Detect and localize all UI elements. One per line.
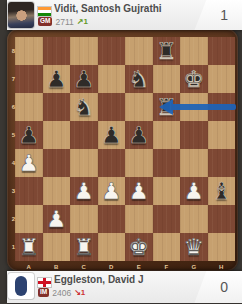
square-c2[interactable] — [70, 205, 98, 233]
piece-white-king[interactable]: ♚ — [125, 233, 153, 261]
rank-label-7: 7 — [10, 65, 17, 93]
square-h5[interactable] — [208, 121, 236, 149]
square-d7[interactable] — [98, 65, 126, 93]
square-f8[interactable]: ♜ — [153, 37, 181, 65]
file-label-f: F — [153, 264, 181, 270]
rank-label-6: 6 — [10, 93, 17, 121]
piece-black-bishop[interactable]: ♝ — [208, 177, 236, 205]
bottom-player-rating: 2406 — [52, 288, 71, 298]
square-f4[interactable] — [153, 149, 181, 177]
square-a5[interactable]: ♟ — [15, 121, 43, 149]
square-b1[interactable] — [43, 233, 71, 261]
square-a1[interactable]: ♜ — [15, 233, 43, 261]
piece-black-rook[interactable]: ♜ — [153, 93, 181, 121]
piece-white-pawn[interactable]: ♟ — [180, 177, 208, 205]
top-player-rating: 2711 — [55, 17, 73, 27]
file-label-g: G — [180, 264, 208, 270]
square-b2[interactable]: ♟ — [43, 205, 71, 233]
piece-black-pawn[interactable]: ♟ — [125, 121, 153, 149]
rank-label-2: 2 — [10, 205, 17, 233]
piece-black-king[interactable]: ♚ — [180, 65, 208, 93]
square-b5[interactable] — [43, 121, 71, 149]
piece-black-pawn[interactable]: ♟ — [15, 121, 43, 149]
square-a2[interactable] — [15, 205, 43, 233]
square-d5[interactable]: ♟ — [98, 121, 126, 149]
square-e4[interactable] — [125, 149, 153, 177]
square-c3[interactable]: ♟ — [70, 177, 98, 205]
piece-white-rook[interactable]: ♜ — [70, 233, 98, 261]
top-score-wedge — [188, 0, 242, 30]
square-f2[interactable] — [153, 205, 181, 233]
square-h3[interactable]: ♝ — [208, 177, 236, 205]
piece-white-pawn[interactable]: ♟ — [125, 177, 153, 205]
bottom-score-wedge — [188, 271, 242, 303]
rank-label-5: 5 — [10, 121, 17, 149]
top-player-name[interactable]: Vidit, Santosh Gujrathi — [54, 3, 162, 14]
rating-down-arrow-icon: ↘1 — [74, 288, 85, 297]
square-b6[interactable] — [43, 93, 71, 121]
piece-white-pawn[interactable]: ♟ — [98, 177, 126, 205]
top-player-score: 1 — [220, 7, 228, 23]
square-a4[interactable]: ♟ — [15, 149, 43, 177]
file-label-e: E — [125, 264, 153, 270]
rank-label-8: 8 — [10, 37, 17, 65]
rank-label-4: 4 — [10, 149, 17, 177]
square-f5[interactable] — [153, 121, 181, 149]
square-g3[interactable]: ♟ — [180, 177, 208, 205]
square-g6[interactable] — [180, 93, 208, 121]
top-player-avatar — [8, 2, 34, 28]
chess-board: ♜♟♟♞♚♞♜♟♟♟♟♟♟♟♟♝♟♜♜♚♛ 87654321ABCDEFGH — [7, 29, 238, 271]
bottom-player-avatar — [8, 273, 34, 299]
piece-white-pawn[interactable]: ♟ — [43, 205, 71, 233]
piece-white-pawn[interactable]: ♟ — [70, 177, 98, 205]
bottom-player-title-badge: IM — [38, 288, 49, 297]
square-f1[interactable] — [153, 233, 181, 261]
board-grid: ♜♟♟♞♚♞♜♟♟♟♟♟♟♟♟♝♟♜♜♚♛ — [15, 37, 235, 261]
square-e7[interactable]: ♞ — [125, 65, 153, 93]
square-b7[interactable]: ♟ — [43, 65, 71, 93]
top-player-title-badge: GM — [38, 17, 52, 26]
square-h1[interactable] — [208, 233, 236, 261]
square-h2[interactable] — [208, 205, 236, 233]
square-d6[interactable] — [98, 93, 126, 121]
bottom-player-score: 0 — [220, 279, 228, 295]
square-e3[interactable]: ♟ — [125, 177, 153, 205]
square-f3[interactable] — [153, 177, 181, 205]
game-widget: Vidit, Santosh Gujrathi GM 2711 ↗1 1 ♜♟♟… — [0, 0, 242, 304]
top-player-subline: GM 2711 ↗1 — [38, 16, 88, 27]
square-c8[interactable] — [70, 37, 98, 65]
square-f7[interactable] — [153, 65, 181, 93]
square-g8[interactable] — [180, 37, 208, 65]
square-d4[interactable] — [98, 149, 126, 177]
square-a8[interactable] — [15, 37, 43, 65]
square-h8[interactable] — [208, 37, 236, 65]
square-a3[interactable] — [15, 177, 43, 205]
square-c5[interactable] — [70, 121, 98, 149]
rank-label-1: 1 — [10, 233, 17, 261]
square-e5[interactable]: ♟ — [125, 121, 153, 149]
person-silhouette-icon — [15, 276, 27, 296]
square-d1[interactable] — [98, 233, 126, 261]
england-flag-icon — [38, 278, 51, 287]
piece-white-rook[interactable]: ♜ — [15, 233, 43, 261]
square-g5[interactable] — [180, 121, 208, 149]
square-d3[interactable]: ♟ — [98, 177, 126, 205]
piece-black-pawn[interactable]: ♟ — [98, 121, 126, 149]
bottom-player-subline: IM 2406 ↘1 — [38, 287, 85, 298]
piece-black-rook[interactable]: ♜ — [153, 37, 181, 65]
piece-black-pawn[interactable]: ♟ — [70, 65, 98, 93]
square-h6[interactable] — [208, 93, 236, 121]
square-a6[interactable] — [15, 93, 43, 121]
piece-black-knight[interactable]: ♞ — [125, 65, 153, 93]
file-label-a: A — [15, 264, 43, 270]
square-e8[interactable] — [125, 37, 153, 65]
file-label-h: H — [208, 264, 236, 270]
square-g4[interactable] — [180, 149, 208, 177]
square-e1[interactable]: ♚ — [125, 233, 153, 261]
rating-up-arrow-icon: ↗1 — [77, 17, 88, 26]
square-a7[interactable] — [15, 65, 43, 93]
square-e6[interactable] — [125, 93, 153, 121]
rank-label-3: 3 — [10, 177, 17, 205]
piece-black-knight[interactable]: ♞ — [70, 93, 98, 121]
square-d2[interactable] — [98, 205, 126, 233]
bottom-player-bar: Eggleston, David J IM 2406 ↘1 0 — [7, 271, 242, 303]
square-b3[interactable] — [43, 177, 71, 205]
piece-white-queen[interactable]: ♛ — [180, 233, 208, 261]
piece-black-pawn[interactable]: ♟ — [43, 65, 71, 93]
square-h4[interactable] — [208, 149, 236, 177]
square-f6[interactable]: ♜ — [153, 93, 181, 121]
top-player-bar: Vidit, Santosh Gujrathi GM 2711 ↗1 1 — [7, 0, 242, 30]
square-d8[interactable] — [98, 37, 126, 65]
bottom-player-name[interactable]: Eggleston, David J — [54, 274, 143, 285]
file-label-c: C — [70, 264, 98, 270]
square-c7[interactable]: ♟ — [70, 65, 98, 93]
square-h7[interactable] — [208, 65, 236, 93]
square-g1[interactable]: ♛ — [180, 233, 208, 261]
square-g2[interactable] — [180, 205, 208, 233]
piece-white-pawn[interactable]: ♟ — [15, 149, 43, 177]
square-c1[interactable]: ♜ — [70, 233, 98, 261]
square-b4[interactable] — [43, 149, 71, 177]
square-e2[interactable] — [125, 205, 153, 233]
square-c4[interactable] — [70, 149, 98, 177]
india-flag-icon — [38, 7, 51, 16]
square-g7[interactable]: ♚ — [180, 65, 208, 93]
content-column: Vidit, Santosh Gujrathi GM 2711 ↗1 1 ♜♟♟… — [7, 0, 242, 304]
square-c6[interactable]: ♞ — [70, 93, 98, 121]
square-b8[interactable] — [43, 37, 71, 65]
file-label-d: D — [98, 264, 126, 270]
file-label-b: B — [43, 264, 71, 270]
